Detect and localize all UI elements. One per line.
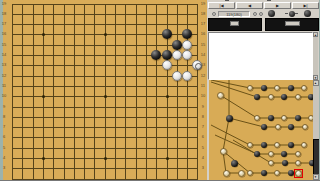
- row-label-left: 15: [0, 43, 8, 47]
- tree-node-white[interactable]: [247, 170, 253, 176]
- grid-line-vertical: [43, 4, 44, 181]
- navigation-toolbar: |◀◀▶▶|: [208, 2, 319, 10]
- tree-node-white[interactable]: [274, 85, 280, 91]
- tree-node-black[interactable]: [281, 94, 287, 100]
- grid-line-vertical: [177, 4, 178, 181]
- tree-node-white[interactable]: [268, 151, 274, 157]
- tree-node-black[interactable]: [282, 160, 288, 166]
- comment-scrollbar[interactable]: ▲ ▼: [313, 32, 318, 80]
- tree-node-black[interactable]: [288, 85, 294, 91]
- tree-node-white[interactable]: [302, 124, 308, 130]
- grid-line-horizontal: [12, 127, 197, 128]
- tab-tick-icon: [267, 0, 271, 1]
- tree-node-white[interactable]: [295, 151, 301, 157]
- row-label-right: 15: [199, 43, 207, 47]
- black-stone: [182, 29, 192, 39]
- row-label-right: 7: [199, 125, 207, 129]
- stone-icon: [289, 11, 295, 17]
- slider-thumb[interactable]: [285, 21, 300, 26]
- row-label-right: 10: [199, 94, 207, 98]
- tree-node-black[interactable]: [226, 115, 233, 122]
- row-label-right: 17: [199, 22, 207, 26]
- tree-node-white[interactable]: [275, 124, 281, 130]
- tree-node-white[interactable]: [295, 94, 301, 100]
- grid-line-vertical: [125, 4, 126, 181]
- tree-node-black[interactable]: [261, 170, 267, 176]
- game-tree[interactable]: [209, 80, 313, 180]
- tree-node-black[interactable]: [268, 115, 274, 121]
- tab-tick-icon: [225, 0, 229, 1]
- black-stone: [162, 29, 172, 39]
- scroll-up-icon[interactable]: ▲: [313, 32, 318, 37]
- tree-node-black[interactable]: [288, 142, 294, 148]
- grid-line-vertical: [94, 4, 95, 181]
- row-label-right: 18: [199, 12, 207, 16]
- star-point: [42, 33, 45, 36]
- row-label-right: 14: [199, 53, 207, 57]
- star-point: [104, 95, 107, 98]
- tree-node-white[interactable]: [238, 170, 245, 177]
- mini-round-button[interactable]: [259, 12, 263, 16]
- row-label-left: 5: [0, 146, 8, 150]
- grid-line-vertical: [64, 4, 65, 181]
- grid-line-horizontal: [12, 179, 197, 180]
- black-stone: [172, 40, 182, 50]
- grid-line-vertical: [156, 4, 157, 181]
- grid-line-vertical: [22, 4, 23, 181]
- mini-round-button[interactable]: [212, 12, 216, 16]
- white-stone: [192, 60, 202, 70]
- grid-line-horizontal: [12, 117, 197, 118]
- star-point: [104, 33, 107, 36]
- tree-node-white[interactable]: [301, 85, 307, 91]
- tree-node-white[interactable]: [274, 170, 280, 176]
- grid-line-horizontal: [12, 107, 197, 108]
- grid-line-vertical: [146, 4, 147, 181]
- row-label-right: 4: [199, 156, 207, 160]
- tree-node-white[interactable]: [223, 170, 230, 177]
- tree-node-white[interactable]: [301, 142, 307, 148]
- nav-button-1[interactable]: ◀: [236, 2, 263, 9]
- row-label-left: 9: [0, 105, 8, 109]
- tree-node-white[interactable]: [295, 160, 301, 166]
- white-stone: [182, 50, 192, 60]
- row-label-left: 12: [0, 74, 8, 78]
- prev-variation-stone-button[interactable]: [268, 10, 275, 17]
- nav-button-0[interactable]: |◀: [208, 2, 235, 9]
- go-board[interactable]: 1919181817171616151514141313121211111010…: [3, 0, 207, 180]
- slider-thumb[interactable]: [230, 21, 239, 26]
- row-label-left: 6: [0, 135, 8, 139]
- row-label-left: 10: [0, 94, 8, 98]
- nav-button-3[interactable]: ▶|: [292, 2, 319, 9]
- grid-line-vertical: [197, 4, 198, 181]
- grid-line-vertical: [136, 4, 137, 181]
- grid-line-vertical: [115, 4, 116, 181]
- row-label-right: 9: [199, 105, 207, 109]
- row-label-left: 7: [0, 125, 8, 129]
- star-point: [166, 95, 169, 98]
- tree-node-black[interactable]: [288, 124, 294, 130]
- row-label-right: 16: [199, 32, 207, 36]
- comment-box[interactable]: [208, 32, 313, 80]
- tree-node-white[interactable]: [308, 115, 313, 121]
- tree-node-white[interactable]: [281, 115, 287, 121]
- right-arrow-icon: [295, 13, 298, 14]
- tree-node-black[interactable]: [261, 85, 267, 91]
- row-label-left: 4: [0, 156, 8, 160]
- move-counter: 119(180): [218, 11, 250, 17]
- row-label-left: 16: [0, 32, 8, 36]
- row-label-left: 8: [0, 115, 8, 119]
- row-label-left: 17: [0, 22, 8, 26]
- tree-node-white[interactable]: [220, 148, 227, 155]
- tree-node-white[interactable]: [247, 142, 253, 148]
- go-application-window: 1919181817171616151514141313121211111010…: [0, 0, 320, 180]
- white-stone: [182, 40, 192, 50]
- tree-node-black[interactable]: [295, 115, 301, 121]
- next-variation-stone-button[interactable]: [304, 10, 311, 17]
- grid-line-horizontal: [12, 148, 197, 149]
- tree-node-white[interactable]: [217, 92, 224, 99]
- circle-marker-icon: [195, 63, 202, 70]
- tree-node-white[interactable]: [268, 94, 274, 100]
- grid-line-vertical: [74, 4, 75, 181]
- white-stone: [172, 50, 182, 60]
- star-point: [166, 157, 169, 160]
- white-stone: [162, 60, 172, 70]
- tree-node-black[interactable]: [254, 94, 260, 100]
- tree-node-black[interactable]: [231, 160, 238, 167]
- row-label-left: 18: [0, 12, 8, 16]
- row-label-left: 14: [0, 53, 8, 57]
- row-label-right: 5: [199, 146, 207, 150]
- row-label-right: 12: [199, 74, 207, 78]
- row-label-right: 6: [199, 135, 207, 139]
- tree-node-white[interactable]: [274, 142, 280, 148]
- grid-line-vertical: [33, 4, 34, 181]
- row-label-right: 19: [199, 2, 207, 6]
- black-stone: [151, 50, 161, 60]
- row-label-right: 8: [199, 115, 207, 119]
- grid-line-vertical: [53, 4, 54, 181]
- current-node-marker: [294, 169, 303, 178]
- left-arrow-icon: [285, 13, 288, 14]
- tree-node-white[interactable]: [247, 85, 253, 91]
- black-stone: [162, 50, 172, 60]
- row-label-left: 3: [0, 166, 8, 170]
- tree-node-black[interactable]: [261, 124, 267, 130]
- grid-line-vertical: [105, 4, 106, 181]
- tree-node-white[interactable]: [254, 115, 260, 121]
- tree-node-black[interactable]: [308, 94, 313, 100]
- white-stone: [182, 71, 192, 81]
- grid-line-horizontal: [12, 168, 197, 169]
- tree-node-black[interactable]: [309, 160, 314, 166]
- row-label-right: 11: [199, 84, 207, 88]
- white-stone: [172, 71, 182, 81]
- grid-line-vertical: [84, 4, 85, 181]
- tree-node-white[interactable]: [268, 160, 274, 166]
- star-point: [42, 157, 45, 160]
- tree-node-black[interactable]: [281, 151, 287, 157]
- nav-button-2[interactable]: ▶: [264, 2, 291, 9]
- grid-line-vertical: [12, 4, 13, 181]
- tree-node-black[interactable]: [261, 142, 267, 148]
- star-point: [104, 157, 107, 160]
- black-player-slider-bar[interactable]: [208, 18, 262, 31]
- current-variation-stone-button[interactable]: [285, 10, 298, 17]
- white-player-slider-bar[interactable]: [265, 18, 319, 31]
- row-label-right: 3: [199, 166, 207, 170]
- star-point: [42, 95, 45, 98]
- grid-line-horizontal: [12, 137, 197, 138]
- row-label-left: 13: [0, 63, 8, 67]
- tree-node-black[interactable]: [254, 151, 260, 157]
- row-label-left: 11: [0, 84, 8, 88]
- row-label-left: 19: [0, 2, 8, 6]
- mini-round-button[interactable]: [253, 12, 257, 16]
